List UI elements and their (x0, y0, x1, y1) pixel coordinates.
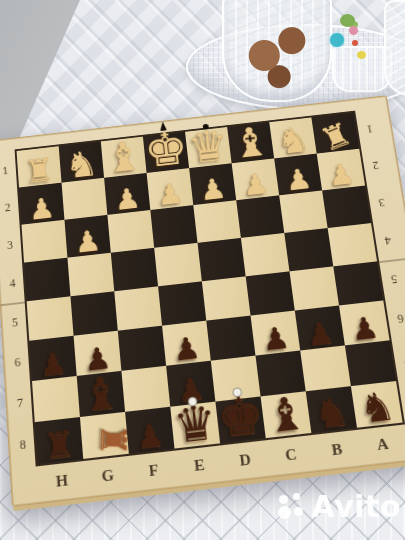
coord-label-F: F (130, 459, 178, 482)
square-b7[interactable] (300, 345, 351, 391)
square-g8[interactable]: ♜ (80, 412, 129, 459)
black-rook-g8[interactable]: ♜ (81, 421, 129, 459)
coord-label-4: 4 (0, 263, 27, 305)
watermark-text: Avito (312, 489, 401, 524)
black-queen-e8[interactable]: ♛ (170, 400, 220, 448)
black-rook-h8[interactable]: ♜ (35, 426, 83, 464)
square-c6[interactable]: ♟ (251, 311, 301, 356)
piece-glyph: ♟ (39, 349, 68, 379)
white-knight-g1[interactable]: ♞ (59, 147, 104, 183)
square-d4[interactable] (198, 238, 246, 281)
piece-glyph: ♟ (241, 170, 270, 198)
coord-label-E: E (175, 453, 223, 476)
square-a6[interactable]: ♟ (339, 300, 390, 345)
square-f8[interactable]: ♟ (125, 407, 174, 454)
square-d1[interactable]: ♛ (185, 127, 232, 168)
square-c3[interactable] (236, 195, 284, 238)
square-h7[interactable] (32, 376, 80, 422)
flower-red (352, 40, 358, 46)
black-pawn-f8[interactable]: ♟ (126, 419, 174, 454)
candy-bowl (222, 0, 332, 102)
flower-pink (349, 26, 358, 35)
square-h5[interactable] (27, 296, 74, 340)
square-c4[interactable] (241, 233, 290, 276)
piece-glyph: ♝ (79, 372, 123, 417)
coord-label-G: G (84, 464, 131, 487)
coord-label-H: H (38, 469, 85, 492)
square-f2[interactable]: ♟ (104, 173, 150, 215)
square-a8[interactable]: ♞ (351, 381, 403, 428)
piece-glyph: ♜ (96, 424, 129, 457)
black-king-d8[interactable]: ♚ (215, 391, 266, 443)
piece-glyph: ♝ (263, 392, 309, 438)
square-d3[interactable] (193, 200, 241, 243)
piece-glyph: ♞ (275, 123, 312, 158)
piece-glyph: ♞ (312, 393, 352, 433)
square-b6[interactable]: ♟ (295, 305, 345, 350)
piece-glyph: ♟ (172, 334, 202, 364)
square-b5[interactable] (289, 266, 339, 310)
square-d8[interactable]: ♚ (215, 396, 265, 443)
white-bishop-c1[interactable]: ♝ (227, 123, 274, 164)
square-d5[interactable] (202, 276, 251, 320)
piece-glyph: ♞ (357, 388, 398, 428)
square-c1[interactable]: ♝ (227, 122, 274, 163)
square-a4[interactable] (328, 223, 377, 266)
square-g5[interactable] (70, 291, 117, 335)
piece-glyph: ♟ (305, 318, 336, 348)
flower-teal (330, 33, 344, 47)
square-f4[interactable] (111, 248, 158, 292)
piece-glyph: ♟ (74, 227, 103, 256)
white-knight-b1[interactable]: ♞ (270, 123, 317, 159)
square-b8[interactable]: ♞ (306, 386, 357, 433)
square-d6[interactable] (206, 316, 255, 361)
square-c8[interactable]: ♝ (261, 391, 312, 438)
square-g1[interactable]: ♞ (59, 141, 104, 182)
square-a7[interactable] (345, 340, 396, 386)
square-h1[interactable]: ♜ (17, 146, 62, 187)
black-knight-b8[interactable]: ♞ (307, 392, 357, 433)
square-e8[interactable]: ♛ (170, 402, 220, 449)
square-e3[interactable] (150, 205, 197, 248)
piece-glyph: ♜ (42, 427, 76, 463)
piece-glyph: ♝ (103, 137, 144, 177)
chess-board: ♜♞♝♚♛♝♞♜♟♟♟♟♟♟♟♟♟♟♟♟♟♟♝♟♜♜♟♛♚♝♞♞ (17, 113, 403, 465)
square-g7[interactable]: ♝ (77, 371, 125, 417)
square-c5[interactable] (246, 271, 295, 315)
coord-label-3: 3 (0, 225, 24, 266)
square-h3[interactable] (22, 220, 68, 263)
coord-label-5: 5 (1, 301, 30, 343)
black-bishop-c8[interactable]: ♝ (261, 392, 312, 438)
piece-glyph: ♟ (349, 313, 380, 343)
black-knight-a8[interactable]: ♞ (352, 387, 403, 428)
glass-bowl-right (384, 0, 405, 96)
square-b1[interactable]: ♞ (269, 117, 316, 158)
piece-glyph: ♜ (24, 155, 55, 186)
white-bishop-f1[interactable]: ♝ (101, 137, 147, 178)
square-a1[interactable]: ♜ (311, 113, 359, 154)
coord-label-2: 2 (0, 187, 22, 227)
square-a3[interactable] (322, 186, 371, 228)
piece-glyph: ♟ (284, 166, 314, 194)
piece-glyph: ♟ (327, 161, 357, 189)
square-g3[interactable]: ♟ (64, 215, 110, 258)
square-b4[interactable] (284, 228, 333, 271)
square-g2[interactable] (62, 178, 108, 220)
square-h8[interactable]: ♜ (35, 417, 83, 464)
square-b2[interactable]: ♟ (274, 154, 322, 196)
piece-glyph: ♟ (199, 175, 228, 203)
avito-logo-icon (278, 493, 305, 520)
square-e2[interactable]: ♟ (147, 168, 194, 210)
coord-label-7: 7 (6, 381, 35, 425)
piece-glyph: ♛ (186, 126, 230, 168)
piece-glyph: ♛ (172, 400, 219, 448)
coord-label-C: C (267, 443, 315, 466)
square-f3[interactable] (107, 210, 154, 253)
flower-yellow (357, 51, 366, 59)
piece-glyph: ♟ (261, 323, 292, 353)
square-e6[interactable]: ♟ (162, 321, 211, 366)
avito-watermark: Avito (278, 489, 401, 524)
piece-glyph: ♟ (156, 180, 185, 208)
square-a5[interactable] (333, 261, 383, 305)
square-e5[interactable] (158, 281, 206, 325)
coord-label-8: 8 (8, 422, 38, 467)
square-b3[interactable] (279, 190, 327, 233)
piece-glyph: ♟ (135, 420, 166, 451)
coord-label-6: 6 (3, 341, 32, 384)
piece-glyph: ♚ (142, 127, 189, 173)
coord-label-B: B (313, 438, 361, 461)
piece-glyph: ♞ (64, 147, 99, 182)
square-e1[interactable]: ♚ (143, 132, 189, 173)
square-h4[interactable] (24, 258, 70, 302)
coord-label-D: D (221, 448, 269, 471)
chess-board-area: 12345678 ♜♞♝♚♛♝♞♜♟♟♟♟♟♟♟♟♟♟♟♟♟♟♝♟♜♜♟♛♚♝♞… (0, 95, 405, 507)
square-f6[interactable] (118, 326, 166, 371)
piece-glyph: ♟ (28, 195, 56, 223)
square-h6[interactable]: ♟ (29, 336, 76, 381)
black-bishop-g7[interactable]: ♝ (77, 371, 125, 417)
square-d2[interactable]: ♟ (189, 163, 236, 205)
piece-glyph: ♚ (215, 391, 267, 443)
white-king-e1[interactable]: ♚ (142, 127, 189, 173)
square-c2[interactable]: ♟ (232, 158, 280, 200)
piece-glyph: ♝ (229, 123, 272, 163)
white-queen-d1[interactable]: ♛ (185, 126, 232, 168)
square-g4[interactable] (67, 253, 114, 297)
square-f7[interactable] (121, 366, 170, 412)
square-f1[interactable]: ♝ (101, 137, 147, 178)
coord-label-A: A (358, 433, 405, 456)
square-e4[interactable] (154, 243, 202, 286)
square-f5[interactable] (114, 286, 162, 330)
piece-glyph: ♟ (113, 185, 142, 213)
square-h2[interactable]: ♟ (19, 183, 64, 225)
square-a2[interactable]: ♟ (317, 149, 365, 191)
board-frame: 12345678 ♜♞♝♚♛♝♞♜♟♟♟♟♟♟♟♟♟♟♟♟♟♟♝♟♜♜♟♛♚♝♞… (0, 95, 405, 507)
